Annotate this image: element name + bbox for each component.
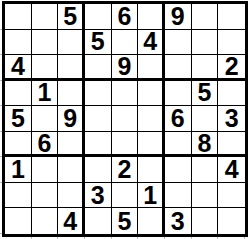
cell-r7c5[interactable]: 2 [112, 157, 139, 183]
cell-r8c4[interactable]: 3 [85, 183, 112, 209]
cell-r5c8[interactable] [192, 106, 219, 132]
cell-r7c1[interactable]: 1 [5, 157, 32, 183]
cell-r7c2[interactable] [32, 157, 59, 183]
cell-r6c5[interactable] [112, 132, 139, 158]
sudoku-puzzle: 569544921559636812431453 [0, 0, 251, 239]
cell-r4c9[interactable] [218, 81, 245, 107]
cell-r3c9[interactable]: 2 [218, 55, 245, 81]
cell-r2c7[interactable] [165, 30, 192, 56]
cell-r2c6[interactable]: 4 [138, 30, 165, 56]
cell-r4c3[interactable] [58, 81, 85, 107]
sudoku-board: 569544921559636812431453 [2, 1, 248, 237]
cell-r7c8[interactable] [192, 157, 219, 183]
cell-r5c9[interactable]: 3 [218, 106, 245, 132]
cell-r6c3[interactable] [58, 132, 85, 158]
cell-r7c4[interactable] [85, 157, 112, 183]
cell-r3c4[interactable] [85, 55, 112, 81]
cell-r1c1[interactable] [5, 4, 32, 30]
cell-r3c6[interactable] [138, 55, 165, 81]
cell-r7c3[interactable] [58, 157, 85, 183]
cell-r8c5[interactable] [112, 183, 139, 209]
cell-r3c7[interactable] [165, 55, 192, 81]
cell-r4c4[interactable] [85, 81, 112, 107]
cell-r2c2[interactable] [32, 30, 59, 56]
cell-r3c2[interactable] [32, 55, 59, 81]
cell-r1c3[interactable]: 5 [58, 4, 85, 30]
cell-r6c6[interactable] [138, 132, 165, 158]
cell-r3c8[interactable] [192, 55, 219, 81]
cell-r6c7[interactable] [165, 132, 192, 158]
cell-r8c9[interactable] [218, 183, 245, 209]
cell-r1c8[interactable] [192, 4, 219, 30]
cell-r5c3[interactable]: 9 [58, 106, 85, 132]
cell-r8c8[interactable] [192, 183, 219, 209]
cell-r7c7[interactable] [165, 157, 192, 183]
cell-r9c6[interactable] [138, 208, 165, 234]
cell-r4c5[interactable] [112, 81, 139, 107]
cell-r4c2[interactable]: 1 [32, 81, 59, 107]
cell-r7c9[interactable]: 4 [218, 157, 245, 183]
cell-r8c2[interactable] [32, 183, 59, 209]
cell-r4c8[interactable]: 5 [192, 81, 219, 107]
cell-r1c9[interactable] [218, 4, 245, 30]
cell-r7c6[interactable] [138, 157, 165, 183]
cell-r8c1[interactable] [5, 183, 32, 209]
cell-r9c9[interactable] [218, 208, 245, 234]
cell-r1c2[interactable] [32, 4, 59, 30]
cell-r8c7[interactable] [165, 183, 192, 209]
cell-r6c2[interactable]: 6 [32, 132, 59, 158]
cell-r2c1[interactable] [5, 30, 32, 56]
cell-r4c6[interactable] [138, 81, 165, 107]
cell-r5c1[interactable]: 5 [5, 106, 32, 132]
cell-r8c3[interactable] [58, 183, 85, 209]
cell-r2c3[interactable] [58, 30, 85, 56]
cell-r2c4[interactable]: 5 [85, 30, 112, 56]
cell-r5c6[interactable] [138, 106, 165, 132]
cell-r5c7[interactable]: 6 [165, 106, 192, 132]
cell-r4c7[interactable] [165, 81, 192, 107]
cell-r3c5[interactable]: 9 [112, 55, 139, 81]
cell-r1c5[interactable]: 6 [112, 4, 139, 30]
cell-r9c5[interactable]: 5 [112, 208, 139, 234]
cell-r3c1[interactable]: 4 [5, 55, 32, 81]
edge-tick-marks-bottom [5, 237, 245, 239]
cell-r2c8[interactable] [192, 30, 219, 56]
cell-r9c7[interactable]: 3 [165, 208, 192, 234]
cell-r2c9[interactable] [218, 30, 245, 56]
cell-r1c4[interactable] [85, 4, 112, 30]
cell-r9c2[interactable] [32, 208, 59, 234]
cell-r4c1[interactable] [5, 81, 32, 107]
cell-r3c3[interactable] [58, 55, 85, 81]
cell-r6c9[interactable] [218, 132, 245, 158]
cell-r5c4[interactable] [85, 106, 112, 132]
cell-r9c3[interactable]: 4 [58, 208, 85, 234]
cell-r6c1[interactable] [5, 132, 32, 158]
cell-r5c5[interactable] [112, 106, 139, 132]
cell-r8c6[interactable]: 1 [138, 183, 165, 209]
cell-r5c2[interactable] [32, 106, 59, 132]
cell-r9c8[interactable] [192, 208, 219, 234]
cell-r6c4[interactable] [85, 132, 112, 158]
cell-r2c5[interactable] [112, 30, 139, 56]
cell-r9c1[interactable] [5, 208, 32, 234]
cell-r6c8[interactable]: 8 [192, 132, 219, 158]
cell-r1c6[interactable] [138, 4, 165, 30]
cell-r1c7[interactable]: 9 [165, 4, 192, 30]
cell-r9c4[interactable] [85, 208, 112, 234]
